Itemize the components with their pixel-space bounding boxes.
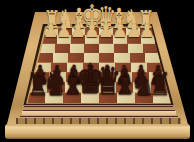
square-h3[interactable] <box>40 44 55 53</box>
square-f3[interactable] <box>70 44 85 53</box>
piece-black-rook-h8[interactable]: ♜ <box>27 68 49 99</box>
piece-white-pawn-c2[interactable]: ♟ <box>112 19 127 41</box>
chess-scene: ♜♞♝♛♚♝♞♜♟♟♟♟♟♟♟♟♟♟♟♟♟♟♟♟♜♞♝♛♚♝♞♜ <box>0 0 194 142</box>
square-e3[interactable] <box>84 44 99 53</box>
piece-white-pawn-f2[interactable]: ♟ <box>71 19 86 41</box>
pieces-layer: ♜♞♝♛♚♝♞♜♟♟♟♟♟♟♟♟♟♟♟♟♟♟♟♟♜♞♝♛♚♝♞♜ <box>0 0 194 142</box>
square-d3[interactable] <box>99 44 114 53</box>
piece-white-pawn-a2[interactable]: ♟ <box>140 19 155 41</box>
piece-white-pawn-h2[interactable]: ♟ <box>43 19 58 41</box>
piece-white-pawn-d2[interactable]: ♟ <box>98 19 113 41</box>
piece-white-pawn-e2[interactable]: ♟ <box>84 19 99 41</box>
square-c3[interactable] <box>114 44 129 53</box>
square-g3[interactable] <box>55 44 70 53</box>
rank-row-3 <box>40 44 158 53</box>
square-a3[interactable] <box>143 44 158 53</box>
piece-white-pawn-b2[interactable]: ♟ <box>126 19 141 41</box>
piece-white-pawn-g2[interactable]: ♟ <box>57 19 72 41</box>
square-b3[interactable] <box>128 44 143 53</box>
